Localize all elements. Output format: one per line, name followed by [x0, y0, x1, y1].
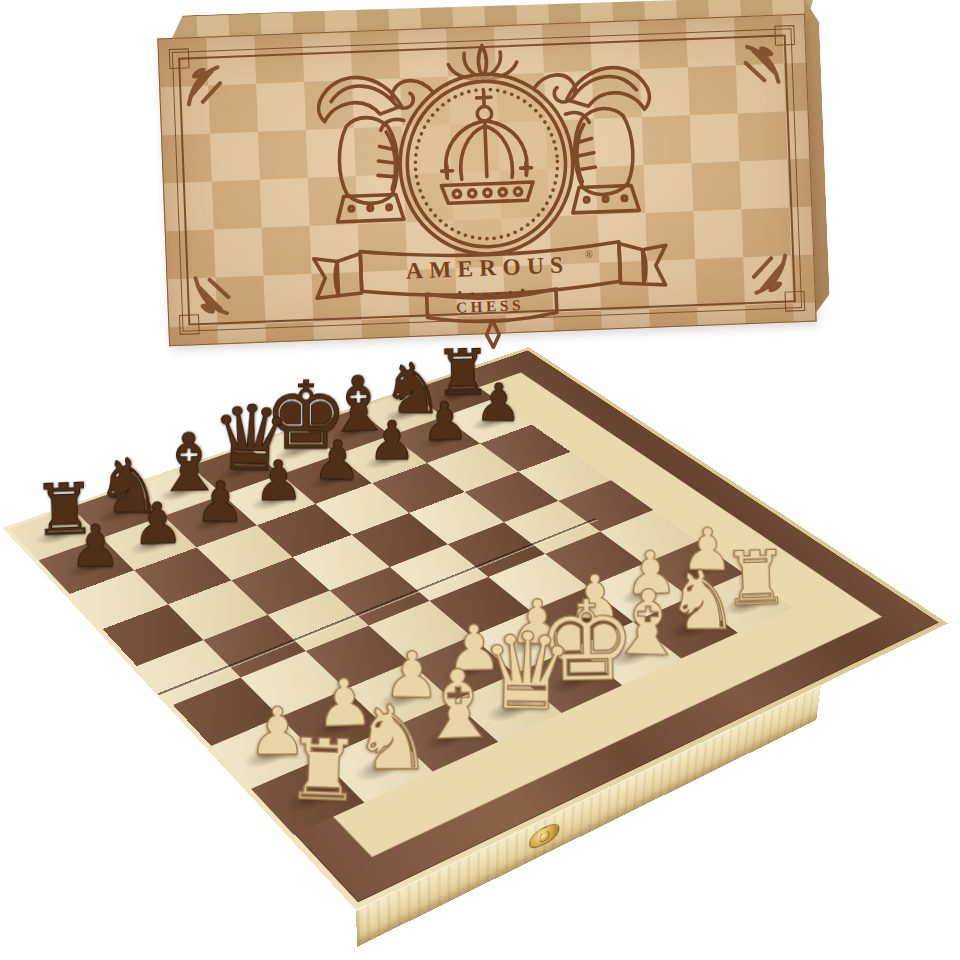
knight-helmet-icon — [566, 66, 654, 213]
black-pawn-f7[interactable]: ♟ — [368, 416, 416, 467]
board-squares-grid: ♜♞♝♛♚♝♞♜♟♟♟♟♟♟♟♟♟♟♟♟♟♟♟♟♜♞♝♛♚♝♞♜ — [9, 350, 940, 904]
black-pawn-c7[interactable]: ♟ — [194, 475, 245, 529]
white-rook-a1[interactable]: ♜ — [284, 729, 362, 812]
product-subtitle: CHESS — [456, 296, 525, 316]
corner-flourish-icon — [735, 40, 783, 88]
lid-engraving — [463, 0, 664, 6]
folding-chessboard: ♜♞♝♛♚♝♞♜♟♟♟♟♟♟♟♟♟♟♟♟♟♟♟♟♜♞♝♛♚♝♞♜ — [2, 347, 947, 910]
corner-flourish-icon — [743, 251, 791, 299]
black-pawn-h7[interactable]: ♟ — [474, 378, 521, 428]
registered-mark: ® — [584, 247, 593, 259]
corner-flourish-icon — [183, 61, 231, 109]
black-pawn-a7[interactable]: ♟ — [69, 519, 121, 574]
black-pawn-b7[interactable]: ♟ — [131, 496, 184, 552]
brand-banner: AMEROUS ® CHESS — [314, 240, 670, 354]
black-pawn-e7[interactable]: ♟ — [312, 434, 363, 487]
box-crest-artwork: AMEROUS ® CHESS — [265, 23, 709, 359]
corner-flourish-icon — [191, 273, 239, 321]
black-pawn-g7[interactable]: ♟ — [420, 396, 469, 448]
black-pawn-d7[interactable]: ♟ — [253, 455, 303, 508]
product-box: AMEROUS ® CHESS — [157, 14, 816, 347]
brand-name: AMEROUS — [405, 251, 569, 283]
white-knight-b1[interactable]: ♞ — [352, 695, 432, 780]
product-photo: AMEROUS ® CHESS ♜♞♝♛♚♝♞♜♟♟♟♟♟♟♟♟♟♟♟♟♟♟♟♟… — [0, 0, 960, 960]
box-front-panel: AMEROUS ® CHESS — [157, 14, 816, 347]
brass-latch-icon — [530, 821, 558, 850]
